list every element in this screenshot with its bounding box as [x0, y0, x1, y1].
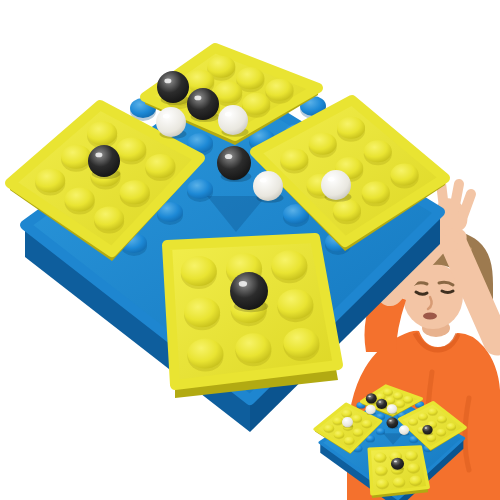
marble-specular: [344, 419, 346, 421]
pop-bump: [235, 333, 271, 363]
pop-bump: [266, 79, 294, 101]
marble-black[interactable]: [217, 146, 251, 180]
pop-bump: [437, 415, 447, 422]
pop-bump: [364, 140, 392, 162]
pop-bump: [426, 434, 436, 441]
pop-bump: [120, 180, 150, 204]
pop-bump: [407, 463, 419, 473]
marble-white[interactable]: [156, 107, 186, 137]
pop-bump: [61, 145, 91, 169]
marble-specular: [260, 178, 267, 183]
pop-bump: [391, 164, 419, 186]
pop-bump: [344, 437, 354, 445]
pop-bump: [418, 413, 428, 420]
pop-bump: [403, 396, 413, 403]
marble-black[interactable]: [230, 272, 268, 310]
pop-bump: [374, 453, 386, 463]
pop-bump: [408, 418, 418, 425]
pop-bump: [393, 392, 403, 399]
marble-specular: [194, 96, 201, 101]
pop-bump: [334, 431, 344, 439]
marble-specular: [328, 177, 335, 182]
pop-bump: [428, 408, 438, 415]
pop-bump: [35, 168, 65, 192]
pop-bump: [309, 133, 337, 155]
marble-black[interactable]: [157, 71, 189, 103]
marble-white[interactable]: [321, 170, 351, 200]
marble-white[interactable]: [342, 417, 353, 427]
marble-black[interactable]: [391, 458, 404, 470]
marble-specular: [163, 114, 170, 119]
pop-bump: [362, 181, 390, 203]
pop-bump: [342, 409, 352, 417]
pop-bump: [277, 289, 313, 319]
pop-bump: [324, 424, 334, 432]
pop-bump: [65, 187, 95, 211]
pop-bump: [145, 154, 175, 178]
marble-white[interactable]: [218, 105, 248, 135]
pop-bump: [409, 476, 421, 486]
pop-bump: [337, 117, 365, 139]
pop-bump: [352, 415, 362, 423]
marble-specular: [164, 79, 171, 84]
marble-black[interactable]: [88, 145, 120, 177]
pop-bump: [187, 339, 223, 369]
pop-bump: [376, 428, 385, 434]
product-photo-scene: [0, 0, 500, 500]
marble-black[interactable]: [376, 399, 387, 409]
marble-white[interactable]: [253, 171, 283, 201]
marble-black[interactable]: [187, 88, 219, 120]
pop-bump: [436, 429, 446, 436]
marble-specular: [425, 427, 427, 428]
pop-bump: [271, 250, 307, 280]
marble-specular: [368, 396, 370, 398]
pop-bump: [94, 206, 124, 230]
pop-bump: [362, 420, 372, 428]
marble-specular: [401, 428, 403, 429]
marble-white[interactable]: [365, 405, 375, 415]
pop-bump: [280, 148, 308, 170]
pop-bump: [353, 428, 363, 436]
marble-specular: [225, 154, 232, 159]
pop-bump: [333, 417, 343, 425]
pop-bump: [242, 93, 270, 115]
pop-bump: [393, 477, 405, 487]
pop-bump: [333, 199, 361, 221]
marble-black[interactable]: [366, 393, 377, 403]
child-mouth: [423, 313, 437, 320]
pop-bump: [236, 67, 264, 89]
pop-bump: [375, 466, 387, 476]
marble-black[interactable]: [422, 425, 432, 435]
pop-bump: [283, 328, 319, 358]
marble-specular: [95, 153, 102, 158]
marble-specular: [239, 281, 247, 287]
marble-white[interactable]: [399, 425, 409, 435]
marble-specular: [389, 420, 392, 422]
marble-white[interactable]: [387, 404, 397, 414]
marble-specular: [379, 401, 381, 403]
pop-bump: [405, 451, 417, 461]
marble-specular: [368, 407, 370, 408]
marble-black[interactable]: [386, 417, 398, 428]
marble-specular: [394, 460, 397, 462]
marble-specular: [225, 112, 232, 117]
marble-specular: [389, 406, 391, 407]
pop-bump: [446, 423, 456, 430]
pop-bump: [376, 479, 388, 489]
pop-bump: [116, 138, 146, 162]
pop-bump: [87, 121, 117, 145]
pop-bump: [184, 297, 220, 327]
pop-bump: [395, 400, 405, 407]
pop-bump: [181, 256, 217, 286]
